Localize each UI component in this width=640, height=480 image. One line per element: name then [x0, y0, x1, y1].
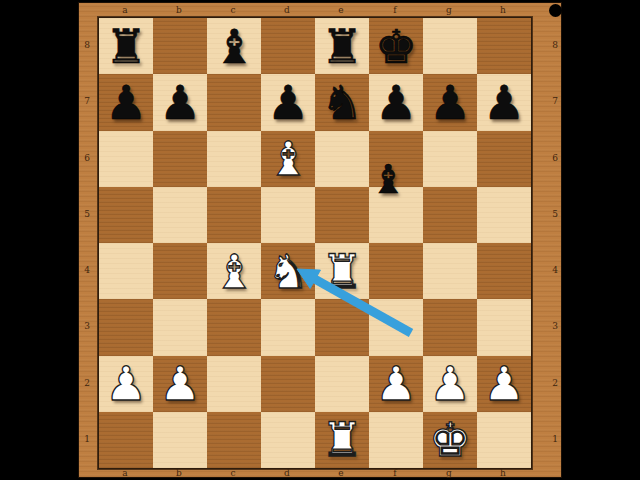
square-a5[interactable]: [99, 187, 153, 243]
rank-label-left-7: 7: [81, 73, 93, 129]
letterbox-right: [562, 0, 640, 480]
white-rook-e4[interactable]: ♜: [315, 243, 369, 299]
white-rook-e1[interactable]: ♜: [315, 412, 369, 468]
file-label-bottom-a: a: [98, 468, 152, 478]
file-label-top-g: g: [422, 5, 476, 15]
square-c3[interactable]: [207, 299, 261, 355]
rank-label-right-7: 7: [549, 73, 561, 129]
square-c1[interactable]: [207, 412, 261, 468]
file-label-top-e: e: [314, 5, 368, 15]
rank-label-left-4: 4: [81, 242, 93, 298]
black-knight-e7[interactable]: ♞: [315, 74, 369, 130]
file-label-top-a: a: [98, 5, 152, 15]
white-pawn-b2[interactable]: ♟: [153, 356, 207, 412]
white-bishop-c4[interactable]: ♝: [207, 243, 261, 299]
square-e3[interactable]: [315, 299, 369, 355]
black-rook-a8[interactable]: ♜: [99, 18, 153, 74]
black-bishop-c8[interactable]: ♝: [207, 18, 261, 74]
square-c2[interactable]: [207, 356, 261, 412]
square-b8[interactable]: [153, 18, 207, 74]
black-bishop-f6[interactable]: ♝: [361, 151, 415, 207]
rank-label-right-4: 4: [549, 242, 561, 298]
square-h8[interactable]: [477, 18, 531, 74]
square-c7[interactable]: [207, 74, 261, 130]
rank-label-right-8: 8: [549, 17, 561, 73]
video-frame: ♜♝♜♚♟♟♟♞♟♟♟♝♝♝♞♜♟♟♟♟♟♜♚ aabbccddeeffgghh…: [0, 0, 640, 480]
white-knight-d4[interactable]: ♞: [261, 243, 315, 299]
file-label-bottom-f: f: [368, 468, 422, 478]
white-king-g1[interactable]: ♚: [423, 412, 477, 468]
rank-label-right-1: 1: [549, 411, 561, 467]
square-a1[interactable]: [99, 412, 153, 468]
square-c5[interactable]: [207, 187, 261, 243]
square-g6[interactable]: [423, 131, 477, 187]
white-pawn-g2[interactable]: ♟: [423, 356, 477, 412]
rank-label-right-5: 5: [549, 186, 561, 242]
file-label-bottom-g: g: [422, 468, 476, 478]
file-label-top-f: f: [368, 5, 422, 15]
black-pawn-f7[interactable]: ♟: [369, 74, 423, 130]
square-h6[interactable]: [477, 131, 531, 187]
rank-label-left-5: 5: [81, 186, 93, 242]
square-b6[interactable]: [153, 131, 207, 187]
white-bishop-d6[interactable]: ♝: [261, 131, 315, 187]
white-pawn-h2[interactable]: ♟: [477, 356, 531, 412]
square-f3[interactable]: [369, 299, 423, 355]
file-label-bottom-d: d: [260, 468, 314, 478]
square-f4[interactable]: [369, 243, 423, 299]
square-g5[interactable]: [423, 187, 477, 243]
rank-label-left-6: 6: [81, 130, 93, 186]
file-label-bottom-h: h: [476, 468, 530, 478]
rank-label-right-6: 6: [549, 130, 561, 186]
black-pawn-g7[interactable]: ♟: [423, 74, 477, 130]
square-a6[interactable]: [99, 131, 153, 187]
letterbox-left: [0, 0, 78, 480]
square-d1[interactable]: [261, 412, 315, 468]
square-h5[interactable]: [477, 187, 531, 243]
black-pawn-d7[interactable]: ♟: [261, 74, 315, 130]
square-e2[interactable]: [315, 356, 369, 412]
black-pawn-b7[interactable]: ♟: [153, 74, 207, 130]
square-b5[interactable]: [153, 187, 207, 243]
black-to-move-indicator-dot: [549, 4, 562, 17]
square-d5[interactable]: [261, 187, 315, 243]
black-rook-e8[interactable]: ♜: [315, 18, 369, 74]
square-d2[interactable]: [261, 356, 315, 412]
square-b1[interactable]: [153, 412, 207, 468]
file-label-bottom-e: e: [314, 468, 368, 478]
white-pawn-f2[interactable]: ♟: [369, 356, 423, 412]
rank-label-left-1: 1: [81, 411, 93, 467]
square-b4[interactable]: [153, 243, 207, 299]
white-pawn-a2[interactable]: ♟: [99, 356, 153, 412]
square-f1[interactable]: [369, 412, 423, 468]
file-label-top-h: h: [476, 5, 530, 15]
square-c6[interactable]: [207, 131, 261, 187]
black-pawn-h7[interactable]: ♟: [477, 74, 531, 130]
square-h1[interactable]: [477, 412, 531, 468]
square-h3[interactable]: [477, 299, 531, 355]
rank-label-left-2: 2: [81, 355, 93, 411]
file-label-top-c: c: [206, 5, 260, 15]
square-d8[interactable]: [261, 18, 315, 74]
square-b3[interactable]: [153, 299, 207, 355]
black-king-f8[interactable]: ♚: [369, 18, 423, 74]
square-g8[interactable]: [423, 18, 477, 74]
square-h4[interactable]: [477, 243, 531, 299]
square-a4[interactable]: [99, 243, 153, 299]
file-label-bottom-b: b: [152, 468, 206, 478]
black-pawn-a7[interactable]: ♟: [99, 74, 153, 130]
rank-label-left-8: 8: [81, 17, 93, 73]
square-g3[interactable]: [423, 299, 477, 355]
rank-label-left-3: 3: [81, 298, 93, 354]
file-label-top-b: b: [152, 5, 206, 15]
rank-label-right-3: 3: [549, 298, 561, 354]
board-area: ♜♝♜♚♟♟♟♞♟♟♟♝♝♝♞♜♟♟♟♟♟♜♚: [98, 17, 532, 469]
file-label-bottom-c: c: [206, 468, 260, 478]
square-d3[interactable]: [261, 299, 315, 355]
rank-label-right-2: 2: [549, 355, 561, 411]
board-frame: ♜♝♜♚♟♟♟♞♟♟♟♝♝♝♞♜♟♟♟♟♟♜♚ aabbccddeeffgghh…: [78, 2, 562, 478]
square-g4[interactable]: [423, 243, 477, 299]
square-a3[interactable]: [99, 299, 153, 355]
file-label-top-d: d: [260, 5, 314, 15]
